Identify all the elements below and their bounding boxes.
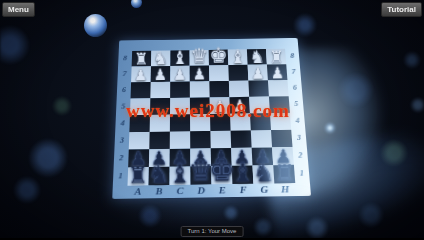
file-label-c: C: [169, 185, 190, 198]
file-label-b: B: [148, 185, 169, 198]
rank-label-8: 8: [118, 51, 132, 67]
tutorial-button[interactable]: Tutorial: [381, 2, 422, 17]
square-e4[interactable]: [210, 114, 231, 131]
file-label-h: H: [274, 183, 296, 196]
rank-label-3: 3: [291, 130, 307, 148]
square-a1[interactable]: ♜: [128, 167, 149, 186]
status-bar: Turn 1: Your Move: [181, 226, 244, 237]
rank-label-3: 3: [114, 132, 129, 150]
square-f6[interactable]: [229, 81, 249, 97]
square-b6[interactable]: [150, 82, 170, 99]
square-c5[interactable]: [170, 98, 190, 115]
board-squares: ♜♞♝♛♚♝♞♜♟♟♟♟♟♟♟♟♟♟♟♟♟♟♟♟♜♞♝♛♚♝♞♜: [128, 49, 296, 186]
square-a6[interactable]: [131, 82, 151, 99]
decorative-sphere-large: [84, 14, 107, 37]
square-c6[interactable]: [170, 81, 190, 97]
square-e6[interactable]: [209, 81, 229, 97]
file-label-a: A: [127, 185, 148, 198]
square-h7[interactable]: ♟: [267, 64, 288, 80]
square-d6[interactable]: [190, 81, 210, 97]
file-label-g: G: [253, 183, 275, 196]
rank-label-8: 8: [285, 49, 300, 65]
square-h1[interactable]: ♜: [273, 165, 295, 184]
square-h5[interactable]: [269, 96, 290, 113]
rank-label-5: 5: [116, 99, 131, 116]
square-g4[interactable]: [250, 113, 271, 130]
square-h6[interactable]: [268, 80, 289, 96]
square-b4[interactable]: [150, 115, 170, 132]
square-d4[interactable]: [190, 114, 210, 131]
square-g6[interactable]: [248, 80, 269, 96]
square-b5[interactable]: [150, 98, 170, 115]
square-c4[interactable]: [170, 114, 190, 131]
rank-label-7: 7: [117, 66, 131, 82]
square-h4[interactable]: [270, 113, 291, 130]
white-rook-h1[interactable]: ♜: [263, 161, 307, 185]
file-label-f: F: [232, 184, 254, 197]
rank-label-5: 5: [289, 96, 304, 113]
square-d7[interactable]: ♟: [190, 65, 210, 81]
square-a8[interactable]: ♜: [132, 51, 152, 67]
square-f4[interactable]: [230, 113, 251, 130]
black-pawn-d7[interactable]: ♟: [183, 67, 215, 82]
rank-label-4: 4: [290, 113, 305, 130]
rank-label-6: 6: [117, 82, 131, 98]
file-labels: ABCDEFGH: [127, 183, 296, 199]
rank-label-6: 6: [287, 80, 302, 96]
square-f5[interactable]: ♟: [229, 97, 250, 114]
chess-board[interactable]: ♜♞♝♛♚♝♞♜♟♟♟♟♟♟♟♟♟♟♟♟♟♟♟♟♜♞♝♛♚♝♞♜ ABCDEFG…: [112, 38, 311, 199]
game-scene: ♜♞♝♛♚♝♞♜♟♟♟♟♟♟♟♟♟♟♟♟♟♟♟♟♜♞♝♛♚♝♞♜ ABCDEFG…: [0, 0, 424, 240]
rank-label-7: 7: [286, 64, 301, 80]
menu-button[interactable]: Menu: [2, 2, 35, 17]
square-a5[interactable]: [130, 98, 150, 115]
file-label-d: D: [190, 184, 211, 197]
square-h8[interactable]: ♜: [266, 49, 286, 65]
square-a4[interactable]: [129, 115, 150, 132]
file-label-e: E: [211, 184, 232, 197]
rank-label-4: 4: [115, 115, 130, 132]
decorative-sphere-small: [131, 0, 142, 8]
white-rook-a1[interactable]: ♜: [116, 164, 160, 188]
